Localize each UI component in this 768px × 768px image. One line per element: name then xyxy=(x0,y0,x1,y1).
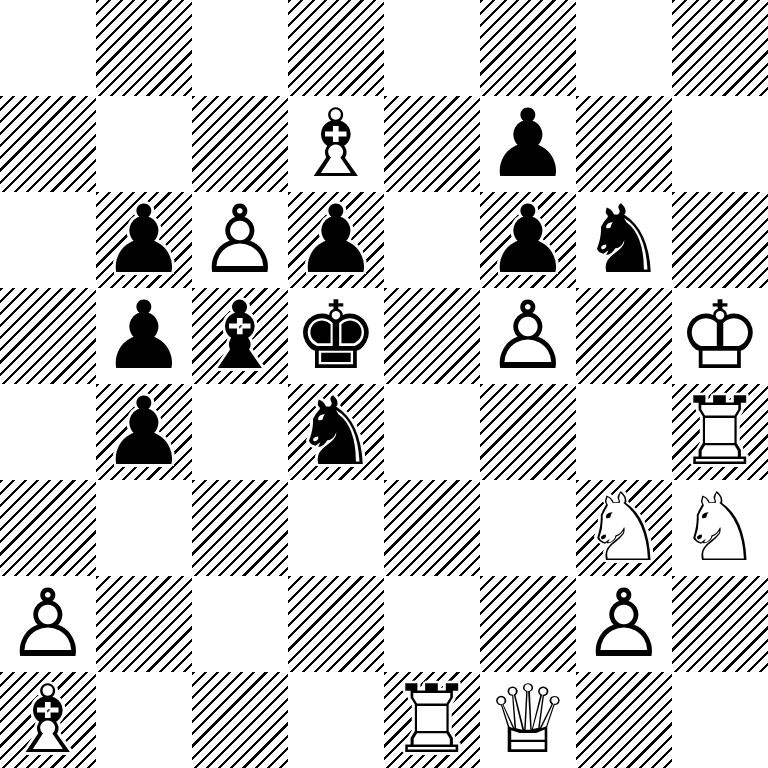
white-queen-piece: ♕ xyxy=(480,672,576,768)
square-a4[interactable] xyxy=(0,384,96,480)
black-knight-halo: ♞ xyxy=(288,384,384,480)
square-e4[interactable] xyxy=(384,384,480,480)
square-a8[interactable] xyxy=(0,0,96,96)
square-f6[interactable]: ♟♟ xyxy=(480,192,576,288)
white-bishop-piece: ♗ xyxy=(0,672,96,768)
white-knight-halo: ♞ xyxy=(672,480,768,576)
square-g7[interactable] xyxy=(576,96,672,192)
square-d6[interactable]: ♟♟ xyxy=(288,192,384,288)
square-g3[interactable]: ♞♘ xyxy=(576,480,672,576)
square-h8[interactable] xyxy=(672,0,768,96)
square-f3[interactable] xyxy=(480,480,576,576)
white-king-halo: ♚ xyxy=(672,288,768,384)
square-h2[interactable] xyxy=(672,576,768,672)
square-g8[interactable] xyxy=(576,0,672,96)
white-king-piece: ♔ xyxy=(672,288,768,384)
square-e5[interactable] xyxy=(384,288,480,384)
square-c2[interactable] xyxy=(192,576,288,672)
black-pawn-halo: ♟ xyxy=(480,192,576,288)
square-g4[interactable] xyxy=(576,384,672,480)
white-rook-halo: ♜ xyxy=(672,384,768,480)
square-b2[interactable] xyxy=(96,576,192,672)
square-c7[interactable] xyxy=(192,96,288,192)
white-pawn-piece: ♙ xyxy=(0,576,96,672)
black-pawn-halo: ♟ xyxy=(96,192,192,288)
square-d4[interactable]: ♞♞ xyxy=(288,384,384,480)
square-e8[interactable] xyxy=(384,0,480,96)
white-pawn-halo: ♟ xyxy=(0,576,96,672)
black-king-halo: ♚ xyxy=(288,288,384,384)
square-g1[interactable] xyxy=(576,672,672,768)
white-pawn-piece: ♙ xyxy=(192,192,288,288)
square-c6[interactable]: ♟♙ xyxy=(192,192,288,288)
square-d2[interactable] xyxy=(288,576,384,672)
white-pawn-piece: ♙ xyxy=(576,576,672,672)
square-d1[interactable] xyxy=(288,672,384,768)
square-c4[interactable] xyxy=(192,384,288,480)
square-b8[interactable] xyxy=(96,0,192,96)
square-e7[interactable] xyxy=(384,96,480,192)
square-f1[interactable]: ♛♕ xyxy=(480,672,576,768)
white-knight-piece: ♘ xyxy=(576,480,672,576)
square-c8[interactable] xyxy=(192,0,288,96)
square-b3[interactable] xyxy=(96,480,192,576)
white-pawn-halo: ♟ xyxy=(576,576,672,672)
black-pawn-piece: ♟ xyxy=(96,288,192,384)
square-a5[interactable] xyxy=(0,288,96,384)
square-e6[interactable] xyxy=(384,192,480,288)
square-f2[interactable] xyxy=(480,576,576,672)
square-a3[interactable] xyxy=(0,480,96,576)
white-queen-halo: ♛ xyxy=(480,672,576,768)
square-b6[interactable]: ♟♟ xyxy=(96,192,192,288)
square-b1[interactable] xyxy=(96,672,192,768)
square-d8[interactable] xyxy=(288,0,384,96)
square-h6[interactable] xyxy=(672,192,768,288)
chess-board: ♝♗♟♟♟♟♟♙♟♟♟♟♞♞♟♟♝♝♚♚♟♙♚♔♟♟♞♞♜♖♞♘♞♘♟♙♟♙♝♗… xyxy=(0,0,768,768)
square-b7[interactable] xyxy=(96,96,192,192)
black-pawn-piece: ♟ xyxy=(480,96,576,192)
black-pawn-halo: ♟ xyxy=(96,384,192,480)
square-a6[interactable] xyxy=(0,192,96,288)
square-c3[interactable] xyxy=(192,480,288,576)
square-g2[interactable]: ♟♙ xyxy=(576,576,672,672)
white-knight-halo: ♞ xyxy=(576,480,672,576)
square-h4[interactable]: ♜♖ xyxy=(672,384,768,480)
square-a1[interactable]: ♝♗ xyxy=(0,672,96,768)
square-b5[interactable]: ♟♟ xyxy=(96,288,192,384)
white-pawn-halo: ♟ xyxy=(480,288,576,384)
black-king-piece: ♚ xyxy=(288,288,384,384)
square-d3[interactable] xyxy=(288,480,384,576)
black-bishop-halo: ♝ xyxy=(192,288,288,384)
black-knight-halo: ♞ xyxy=(576,192,672,288)
square-f8[interactable] xyxy=(480,0,576,96)
white-pawn-piece: ♙ xyxy=(480,288,576,384)
square-f5[interactable]: ♟♙ xyxy=(480,288,576,384)
black-pawn-halo: ♟ xyxy=(480,96,576,192)
white-bishop-halo: ♝ xyxy=(0,672,96,768)
black-pawn-piece: ♟ xyxy=(288,192,384,288)
square-c1[interactable] xyxy=(192,672,288,768)
square-e1[interactable]: ♜♖ xyxy=(384,672,480,768)
square-a2[interactable]: ♟♙ xyxy=(0,576,96,672)
black-pawn-piece: ♟ xyxy=(96,192,192,288)
square-h1[interactable] xyxy=(672,672,768,768)
square-e2[interactable] xyxy=(384,576,480,672)
white-rook-piece: ♖ xyxy=(384,672,480,768)
square-g6[interactable]: ♞♞ xyxy=(576,192,672,288)
square-h7[interactable] xyxy=(672,96,768,192)
black-bishop-piece: ♝ xyxy=(192,288,288,384)
white-rook-halo: ♜ xyxy=(384,672,480,768)
black-pawn-halo: ♟ xyxy=(96,288,192,384)
white-bishop-halo: ♝ xyxy=(288,96,384,192)
black-pawn-piece: ♟ xyxy=(480,192,576,288)
black-pawn-piece: ♟ xyxy=(96,384,192,480)
white-knight-piece: ♘ xyxy=(672,480,768,576)
square-e3[interactable] xyxy=(384,480,480,576)
square-g5[interactable] xyxy=(576,288,672,384)
black-knight-piece: ♞ xyxy=(576,192,672,288)
square-h3[interactable]: ♞♘ xyxy=(672,480,768,576)
square-b4[interactable]: ♟♟ xyxy=(96,384,192,480)
square-h5[interactable]: ♚♔ xyxy=(672,288,768,384)
square-f7[interactable]: ♟♟ xyxy=(480,96,576,192)
square-d7[interactable]: ♝♗ xyxy=(288,96,384,192)
square-c5[interactable]: ♝♝ xyxy=(192,288,288,384)
square-f4[interactable] xyxy=(480,384,576,480)
square-d5[interactable]: ♚♚ xyxy=(288,288,384,384)
black-pawn-halo: ♟ xyxy=(288,192,384,288)
white-pawn-halo: ♟ xyxy=(192,192,288,288)
square-a7[interactable] xyxy=(0,96,96,192)
black-knight-piece: ♞ xyxy=(288,384,384,480)
white-bishop-piece: ♗ xyxy=(288,96,384,192)
white-rook-piece: ♖ xyxy=(672,384,768,480)
